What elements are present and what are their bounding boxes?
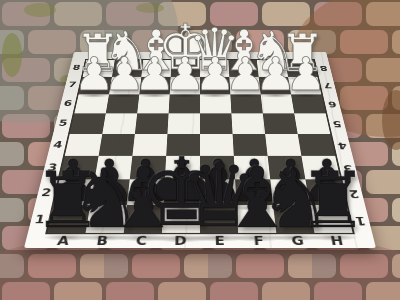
moss-tuft <box>24 3 56 17</box>
rank-label-right-4: 4 <box>337 141 348 149</box>
file-label-top-h: H <box>295 53 305 59</box>
square-c3 <box>130 156 166 180</box>
square-a6 <box>74 94 109 113</box>
square-h6 <box>291 94 326 113</box>
square-h7 <box>288 77 321 95</box>
square-e1 <box>200 205 238 233</box>
file-label-top-c: C <box>153 53 161 59</box>
square-a4 <box>65 134 103 156</box>
moss-tuft <box>2 33 22 77</box>
square-b2 <box>90 179 129 205</box>
rank-label-right-6: 6 <box>327 100 337 107</box>
square-b7 <box>109 77 141 95</box>
chess-mat: 8877665544332211AABBCCDDEEFFGGHH <box>24 52 376 248</box>
file-label-bottom-b: B <box>96 235 109 246</box>
square-d5 <box>167 113 200 133</box>
rank-label-right-8: 8 <box>319 64 328 70</box>
square-f4 <box>233 134 268 156</box>
square-d2 <box>163 179 200 205</box>
file-label-bottom-a: A <box>56 235 70 246</box>
square-g1 <box>273 205 314 233</box>
square-c8 <box>141 60 171 77</box>
square-d6 <box>169 94 200 113</box>
square-d3 <box>165 156 200 180</box>
garden-chess-photo: 8877665544332211AABBCCDDEEFFGGHH ♜♞♝♚♛♝♞… <box>0 0 400 300</box>
square-h3 <box>301 156 340 180</box>
square-h2 <box>305 179 346 205</box>
square-e2 <box>200 179 237 205</box>
file-label-top-g: G <box>266 53 276 59</box>
square-f8 <box>228 60 258 77</box>
file-label-top-a: A <box>95 53 105 59</box>
file-label-top-f: F <box>239 53 247 59</box>
square-a3 <box>59 156 98 180</box>
square-c1 <box>124 205 164 233</box>
square-a7 <box>79 77 112 95</box>
square-c6 <box>137 94 169 113</box>
file-label-top-d: D <box>181 53 190 59</box>
rank-label-left-5: 5 <box>58 119 68 127</box>
rank-label-right-1: 1 <box>354 215 367 226</box>
rank-label-left-8: 8 <box>72 64 81 70</box>
square-f3 <box>234 156 270 180</box>
square-h5 <box>294 113 330 133</box>
moss-tuft <box>136 3 164 13</box>
rank-label-left-1: 1 <box>33 215 46 226</box>
square-e8 <box>200 60 229 77</box>
square-e3 <box>200 156 235 180</box>
square-c7 <box>139 77 170 95</box>
file-label-bottom-g: G <box>291 235 305 246</box>
square-h8 <box>285 60 317 77</box>
square-f6 <box>230 94 262 113</box>
file-label-bottom-e: E <box>214 235 224 246</box>
square-b5 <box>102 113 137 133</box>
file-label-top-b: B <box>124 53 133 59</box>
square-e6 <box>200 94 231 113</box>
square-f2 <box>235 179 273 205</box>
square-b6 <box>106 94 140 113</box>
square-g2 <box>270 179 309 205</box>
file-label-bottom-d: D <box>174 235 187 246</box>
file-label-bottom-c: C <box>135 235 147 246</box>
rank-label-right-2: 2 <box>348 188 360 198</box>
rank-label-right-7: 7 <box>323 81 333 88</box>
square-g5 <box>263 113 298 133</box>
square-f7 <box>229 77 260 95</box>
square-g7 <box>259 77 291 95</box>
square-f5 <box>231 113 265 133</box>
rank-label-right-3: 3 <box>342 163 353 172</box>
square-d4 <box>166 134 200 156</box>
file-label-bottom-f: F <box>253 235 264 246</box>
square-c2 <box>127 179 165 205</box>
square-e7 <box>200 77 230 95</box>
square-h1 <box>310 205 353 233</box>
square-a2 <box>54 179 95 205</box>
rank-label-left-4: 4 <box>52 141 63 149</box>
square-e4 <box>200 134 234 156</box>
file-label-top-e: E <box>210 53 218 59</box>
square-h4 <box>298 134 336 156</box>
square-b4 <box>99 134 135 156</box>
square-a1 <box>47 205 90 233</box>
square-f1 <box>237 205 277 233</box>
square-b8 <box>112 60 143 77</box>
rank-label-left-7: 7 <box>68 81 78 88</box>
square-d7 <box>170 77 200 95</box>
square-g8 <box>257 60 288 77</box>
square-e5 <box>200 113 233 133</box>
file-label-bottom-h: H <box>330 235 345 246</box>
square-c5 <box>135 113 169 133</box>
square-a8 <box>83 60 115 77</box>
square-g3 <box>268 156 306 180</box>
square-g4 <box>265 134 301 156</box>
rank-label-left-6: 6 <box>63 100 73 107</box>
square-d8 <box>171 60 200 77</box>
square-g6 <box>261 94 295 113</box>
rank-label-left-2: 2 <box>40 188 52 198</box>
square-b3 <box>95 156 133 180</box>
square-b1 <box>86 205 127 233</box>
square-c4 <box>132 134 167 156</box>
square-d1 <box>162 205 200 233</box>
rank-label-right-5: 5 <box>332 119 342 127</box>
square-a5 <box>70 113 106 133</box>
chess-board <box>45 59 355 234</box>
rank-label-left-3: 3 <box>47 163 58 172</box>
